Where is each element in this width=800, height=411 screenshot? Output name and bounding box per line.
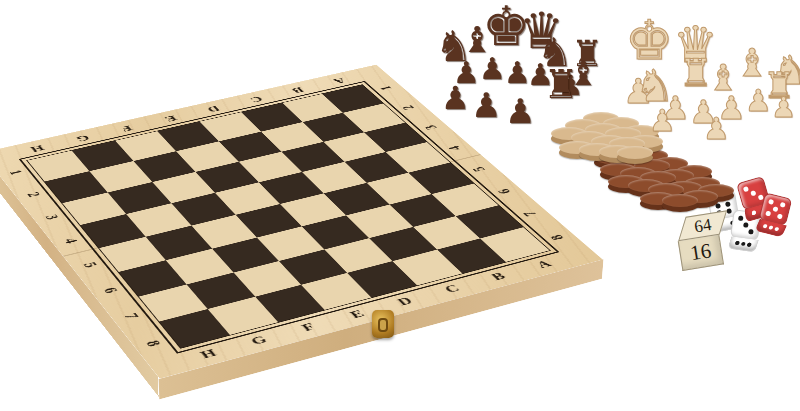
square-b7 (413, 216, 481, 250)
square-f6 (212, 237, 279, 272)
square-h5 (99, 237, 165, 272)
pip (752, 210, 756, 215)
pip (777, 214, 783, 220)
dark-rook: ♜ (543, 64, 579, 104)
square-h7 (139, 284, 208, 321)
pip (738, 215, 744, 221)
pip (748, 229, 754, 235)
square-f7 (233, 261, 302, 297)
square-g5 (145, 226, 211, 260)
square-h6 (119, 260, 187, 296)
product-photo-scene: HGFEDCBA HGFEDCBA 12345678 12345678 ♞♝♚♛… (0, 0, 800, 411)
pip (741, 242, 746, 246)
pip (747, 243, 752, 247)
square-g6 (165, 249, 232, 285)
pip (715, 203, 721, 209)
light-checker (617, 146, 653, 159)
dark-pawn: ♟ (505, 94, 535, 128)
pip (774, 227, 780, 232)
square-e8 (301, 273, 371, 310)
doubling-cube: 64 16 (680, 211, 730, 270)
light-pawn: ♟ (771, 94, 796, 122)
square-g8 (208, 297, 278, 335)
square-a8 (480, 227, 549, 262)
light-pawn: ♟ (703, 114, 730, 144)
light-pawn: ♟ (649, 106, 676, 136)
square-d6 (302, 215, 369, 249)
dark-pawn: ♟ (471, 88, 501, 122)
square-e6 (257, 226, 324, 260)
dark-pawn: ♟ (479, 54, 506, 84)
pip (765, 211, 771, 217)
square-c7 (369, 227, 437, 262)
pip (772, 206, 778, 212)
dark-checker (662, 194, 698, 207)
light-pawn: ♟ (745, 86, 772, 116)
pip (734, 241, 739, 245)
rank-label: 8 (529, 226, 586, 249)
square-f8 (255, 285, 325, 322)
pip (780, 202, 786, 208)
brass-clasp-icon (372, 310, 394, 338)
dark-pawn: ♟ (441, 82, 470, 114)
square-b8 (437, 239, 506, 274)
doubling-cube-top-value: 64 (693, 214, 713, 236)
square-c8 (392, 250, 461, 286)
square-d7 (324, 238, 392, 273)
pip (768, 199, 774, 205)
square-f5 (191, 215, 257, 249)
pip (743, 186, 749, 192)
square-c6 (346, 205, 413, 238)
square-g7 (186, 272, 255, 309)
square-a7 (456, 205, 524, 238)
square-g4 (126, 203, 191, 236)
white-die-2-front-face (727, 236, 759, 252)
pip (725, 201, 731, 207)
square-h4 (80, 214, 145, 248)
pip (743, 222, 749, 228)
square-d8 (347, 261, 417, 297)
pip (750, 190, 756, 196)
doubling-cube-top-face: 64 (678, 210, 727, 241)
rank-label: 7 (502, 203, 558, 225)
doubling-cube-front-value: 16 (688, 238, 713, 266)
pip (768, 225, 774, 230)
square-h8 (159, 309, 229, 348)
pip (762, 224, 768, 229)
square-e5 (236, 204, 302, 237)
square-e7 (279, 249, 347, 285)
